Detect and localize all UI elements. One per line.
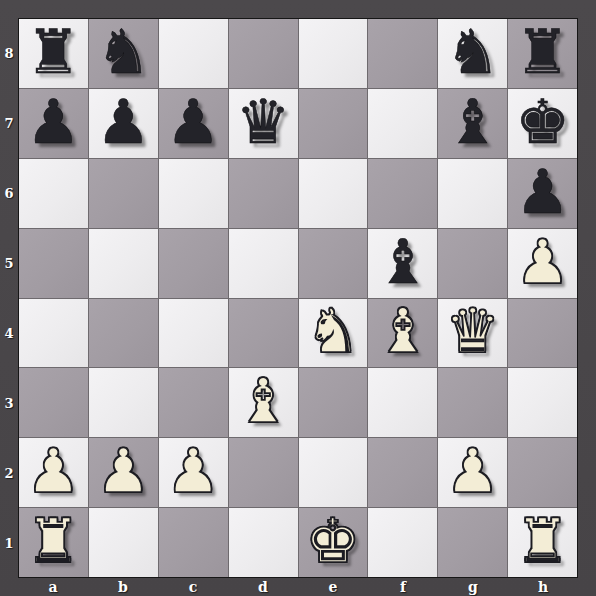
square-e4[interactable]: ♞	[299, 299, 368, 368]
white-pawn: ♟	[166, 440, 221, 501]
white-rook: ♜	[26, 510, 81, 571]
white-bishop: ♝	[236, 370, 291, 431]
rank-label-7: 7	[0, 88, 18, 158]
square-d6[interactable]	[229, 159, 298, 228]
file-label-f: f	[368, 578, 438, 596]
square-c8[interactable]	[159, 19, 228, 88]
square-g2[interactable]: ♟	[438, 438, 507, 507]
file-label-e: e	[298, 578, 368, 596]
square-b4[interactable]	[89, 299, 158, 368]
square-f3[interactable]	[368, 368, 437, 437]
board: ♜♞♞♜♟♟♟♛♝♚♟♝♟♞♝♛♝♟♟♟♟♜♚♜	[18, 18, 578, 578]
square-a2[interactable]: ♟	[19, 438, 88, 507]
square-e8[interactable]	[299, 19, 368, 88]
square-h7[interactable]: ♚	[508, 89, 577, 158]
rank-labels: 87654321	[0, 18, 18, 578]
square-h5[interactable]: ♟	[508, 229, 577, 298]
file-label-a: a	[18, 578, 88, 596]
rank-label-6: 6	[0, 158, 18, 228]
rank-label-1: 1	[0, 508, 18, 578]
square-a6[interactable]	[19, 159, 88, 228]
black-rook: ♜	[515, 21, 570, 82]
white-bishop: ♝	[375, 300, 430, 361]
square-h2[interactable]	[508, 438, 577, 507]
black-king: ♚	[515, 91, 570, 152]
white-knight: ♞	[306, 300, 361, 361]
black-pawn: ♟	[96, 91, 151, 152]
file-label-g: g	[438, 578, 508, 596]
file-label-h: h	[508, 578, 578, 596]
square-c3[interactable]	[159, 368, 228, 437]
square-f6[interactable]	[368, 159, 437, 228]
rank-label-8: 8	[0, 18, 18, 88]
file-label-b: b	[88, 578, 158, 596]
square-b8[interactable]: ♞	[89, 19, 158, 88]
file-label-c: c	[158, 578, 228, 596]
square-g5[interactable]	[438, 229, 507, 298]
square-c5[interactable]	[159, 229, 228, 298]
square-a5[interactable]	[19, 229, 88, 298]
white-king: ♚	[306, 510, 361, 571]
square-c7[interactable]: ♟	[159, 89, 228, 158]
square-g8[interactable]: ♞	[438, 19, 507, 88]
square-f5[interactable]: ♝	[368, 229, 437, 298]
white-queen: ♛	[445, 300, 500, 361]
file-label-d: d	[228, 578, 298, 596]
square-g3[interactable]	[438, 368, 507, 437]
rank-label-2: 2	[0, 438, 18, 508]
square-e2[interactable]	[299, 438, 368, 507]
square-g4[interactable]: ♛	[438, 299, 507, 368]
square-e5[interactable]	[299, 229, 368, 298]
black-knight: ♞	[445, 21, 500, 82]
square-d7[interactable]: ♛	[229, 89, 298, 158]
chess-diagram-frame: 87654321 ♜♞♞♜♟♟♟♛♝♚♟♝♟♞♝♛♝♟♟♟♟♜♚♜ abcdef…	[0, 0, 596, 596]
square-a1[interactable]: ♜	[19, 508, 88, 577]
file-labels: abcdefgh	[18, 578, 578, 596]
square-h1[interactable]: ♜	[508, 508, 577, 577]
square-a7[interactable]: ♟	[19, 89, 88, 158]
square-b7[interactable]: ♟	[89, 89, 158, 158]
square-d5[interactable]	[229, 229, 298, 298]
square-g6[interactable]	[438, 159, 507, 228]
square-b3[interactable]	[89, 368, 158, 437]
square-h4[interactable]	[508, 299, 577, 368]
square-h8[interactable]: ♜	[508, 19, 577, 88]
square-c2[interactable]: ♟	[159, 438, 228, 507]
square-f7[interactable]	[368, 89, 437, 158]
square-a8[interactable]: ♜	[19, 19, 88, 88]
square-b1[interactable]	[89, 508, 158, 577]
black-knight: ♞	[96, 21, 151, 82]
black-bishop: ♝	[375, 231, 430, 292]
black-queen: ♛	[236, 91, 291, 152]
white-pawn: ♟	[515, 231, 570, 292]
square-h3[interactable]	[508, 368, 577, 437]
square-d3[interactable]: ♝	[229, 368, 298, 437]
square-d4[interactable]	[229, 299, 298, 368]
black-pawn: ♟	[26, 91, 81, 152]
square-d1[interactable]	[229, 508, 298, 577]
black-bishop: ♝	[445, 91, 500, 152]
black-pawn: ♟	[166, 91, 221, 152]
square-g7[interactable]: ♝	[438, 89, 507, 158]
square-b5[interactable]	[89, 229, 158, 298]
square-g1[interactable]	[438, 508, 507, 577]
square-d2[interactable]	[229, 438, 298, 507]
square-e3[interactable]	[299, 368, 368, 437]
square-f8[interactable]	[368, 19, 437, 88]
white-rook: ♜	[515, 510, 570, 571]
white-pawn: ♟	[96, 440, 151, 501]
square-c1[interactable]	[159, 508, 228, 577]
rank-label-4: 4	[0, 298, 18, 368]
black-rook: ♜	[26, 21, 81, 82]
square-b6[interactable]	[89, 159, 158, 228]
square-f2[interactable]	[368, 438, 437, 507]
square-c4[interactable]	[159, 299, 228, 368]
square-d8[interactable]	[229, 19, 298, 88]
square-e7[interactable]	[299, 89, 368, 158]
square-f1[interactable]	[368, 508, 437, 577]
square-a3[interactable]	[19, 368, 88, 437]
square-h6[interactable]: ♟	[508, 159, 577, 228]
square-f4[interactable]: ♝	[368, 299, 437, 368]
rank-label-3: 3	[0, 368, 18, 438]
white-pawn: ♟	[445, 440, 500, 501]
black-pawn: ♟	[515, 161, 570, 222]
square-a4[interactable]	[19, 299, 88, 368]
square-b2[interactable]: ♟	[89, 438, 158, 507]
square-e1[interactable]: ♚	[299, 508, 368, 577]
white-pawn: ♟	[26, 440, 81, 501]
square-c6[interactable]	[159, 159, 228, 228]
rank-label-5: 5	[0, 228, 18, 298]
square-e6[interactable]	[299, 159, 368, 228]
